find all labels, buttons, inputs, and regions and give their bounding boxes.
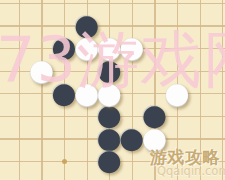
black-stone[interactable]: ●: [120, 127, 143, 150]
watermark-site-url: Qqaiqin.com: [157, 164, 225, 178]
white-stone[interactable]: ●: [120, 37, 143, 60]
white-stone[interactable]: ●: [75, 82, 98, 105]
black-stone[interactable]: ●: [98, 150, 121, 173]
black-stone[interactable]: ●: [53, 37, 76, 60]
black-stone[interactable]: ●: [53, 82, 76, 105]
gomoku-board[interactable]: ●●●●●●●●●●●●●●●●● 73游戏网 游戏攻略 Qqaiqin.com: [0, 0, 225, 180]
white-stone[interactable]: ●: [30, 59, 53, 82]
white-stone[interactable]: ●: [75, 37, 98, 60]
white-stone[interactable]: ●: [98, 82, 121, 105]
white-stone[interactable]: ●: [166, 82, 189, 105]
white-stone[interactable]: ●: [98, 37, 121, 60]
